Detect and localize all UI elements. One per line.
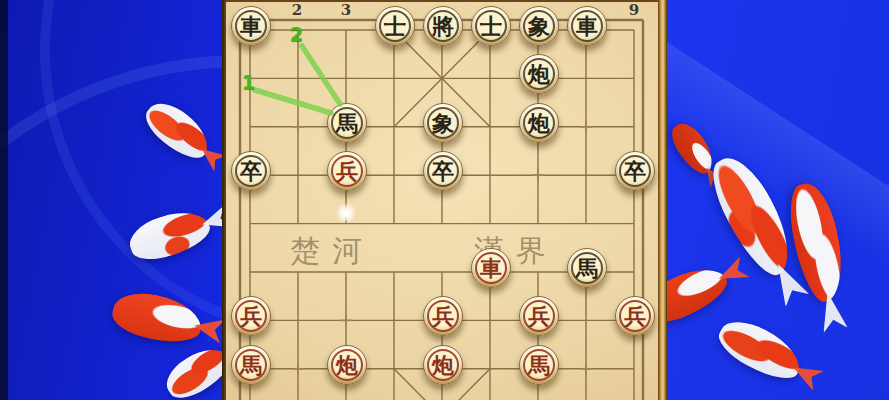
red-cannon-glyph: 炮 (432, 354, 454, 376)
red-chariot-glyph: 車 (480, 257, 502, 279)
piece-red-horse[interactable]: 馬 (231, 345, 271, 385)
piece-black-elephant[interactable]: 象 (423, 103, 463, 143)
red-cannon-glyph: 炮 (336, 354, 358, 376)
piece-black-soldier[interactable]: 卒 (615, 151, 655, 191)
red-soldier-glyph: 兵 (240, 305, 262, 327)
black-horse-glyph: 馬 (576, 257, 598, 279)
black-elephant-glyph: 象 (528, 15, 550, 37)
piece-red-horse[interactable]: 馬 (519, 345, 559, 385)
piece-red-soldier[interactable]: 兵 (327, 151, 367, 191)
black-advisor-glyph: 士 (384, 15, 406, 37)
piece-black-chariot[interactable]: 車 (567, 6, 607, 46)
black-general-glyph: 將 (432, 15, 454, 37)
black-horse-glyph: 馬 (336, 112, 358, 134)
piece-black-advisor[interactable]: 士 (375, 6, 415, 46)
left-shadow-strip (0, 0, 8, 400)
black-soldier-glyph: 卒 (624, 160, 646, 182)
piece-red-soldier[interactable]: 兵 (231, 296, 271, 336)
piece-black-advisor[interactable]: 士 (471, 6, 511, 46)
piece-black-elephant[interactable]: 象 (519, 6, 559, 46)
piece-red-chariot[interactable]: 車 (471, 248, 511, 288)
piece-black-soldier[interactable]: 卒 (423, 151, 463, 191)
piece-red-soldier[interactable]: 兵 (423, 296, 463, 336)
piece-red-soldier[interactable]: 兵 (519, 296, 559, 336)
black-soldier-glyph: 卒 (240, 160, 262, 182)
piece-black-cannon[interactable]: 炮 (519, 54, 559, 94)
game-screen: 2 3 9 楚河 漢界 車士將士象車炮馬象炮卒兵卒卒車馬兵兵兵兵馬炮炮馬 1 2 (0, 0, 889, 400)
piece-red-soldier[interactable]: 兵 (615, 296, 655, 336)
piece-red-cannon[interactable]: 炮 (423, 345, 463, 385)
arrow-label-1: 1 (242, 71, 255, 93)
red-soldier-glyph: 兵 (336, 160, 358, 182)
xiangqi-board[interactable]: 2 3 9 楚河 漢界 車士將士象車炮馬象炮卒兵卒卒車馬兵兵兵兵馬炮炮馬 1 2 (222, 0, 667, 400)
arrow-label-2: 2 (290, 23, 303, 45)
piece-black-horse[interactable]: 馬 (327, 103, 367, 143)
piece-black-cannon[interactable]: 炮 (519, 103, 559, 143)
red-horse-glyph: 馬 (240, 354, 262, 376)
piece-black-soldier[interactable]: 卒 (231, 151, 271, 191)
red-soldier-glyph: 兵 (432, 305, 454, 327)
red-horse-glyph: 馬 (528, 354, 550, 376)
black-chariot-glyph: 車 (576, 15, 598, 37)
piece-black-general[interactable]: 將 (423, 6, 463, 46)
black-soldier-glyph: 卒 (432, 160, 454, 182)
black-chariot-glyph: 車 (240, 15, 262, 37)
pieces-layer: 車士將士象車炮馬象炮卒兵卒卒車馬兵兵兵兵馬炮炮馬 (222, 0, 667, 400)
black-advisor-glyph: 士 (480, 15, 502, 37)
red-soldier-glyph: 兵 (528, 305, 550, 327)
piece-red-cannon[interactable]: 炮 (327, 345, 367, 385)
black-cannon-glyph: 炮 (528, 63, 550, 85)
piece-black-chariot[interactable]: 車 (231, 6, 271, 46)
black-cannon-glyph: 炮 (528, 112, 550, 134)
piece-black-horse[interactable]: 馬 (567, 248, 607, 288)
red-soldier-glyph: 兵 (624, 305, 646, 327)
black-elephant-glyph: 象 (432, 112, 454, 134)
